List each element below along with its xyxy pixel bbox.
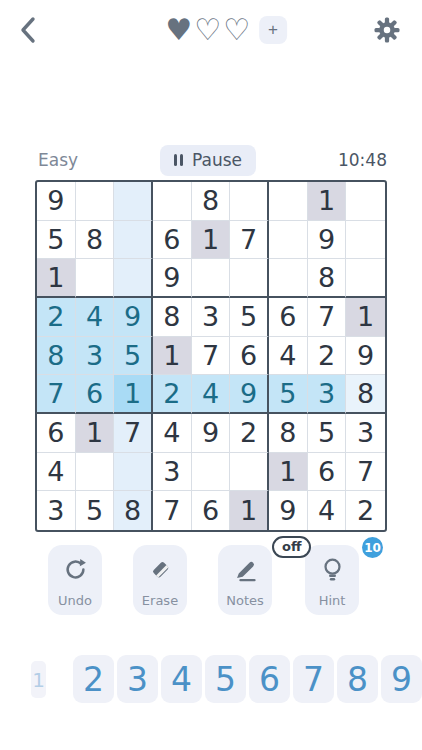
cell-r1c7[interactable]	[269, 182, 308, 221]
notes-label: Notes	[226, 593, 264, 608]
notes-state-badge: off	[272, 536, 311, 558]
eraser-icon	[147, 545, 174, 593]
cell-r5c9[interactable]: 9	[346, 337, 385, 376]
cell-r2c4[interactable]: 6	[153, 221, 192, 260]
erase-label: Erase	[142, 593, 178, 608]
cell-r1c3[interactable]	[114, 182, 153, 221]
cell-r4c5[interactable]: 3	[192, 298, 231, 337]
cell-r8c7[interactable]: 1	[269, 453, 308, 492]
cell-r3c3[interactable]	[114, 259, 153, 298]
cell-r1c1[interactable]: 9	[37, 182, 76, 221]
lightbulb-icon	[319, 545, 346, 593]
cell-r6c6[interactable]: 9	[230, 375, 269, 414]
cell-r6c9[interactable]: 8	[346, 375, 385, 414]
cell-r9c1[interactable]: 3	[37, 491, 76, 530]
numpad-key-5[interactable]: 5	[205, 655, 246, 703]
cell-r7c3[interactable]: 7	[114, 414, 153, 453]
numpad-key-7[interactable]: 7	[293, 655, 334, 703]
cell-r2c2[interactable]: 8	[76, 221, 115, 260]
pencil-icon	[232, 545, 259, 593]
cell-r2c9[interactable]	[346, 221, 385, 260]
cell-r3c5[interactable]	[192, 259, 231, 298]
cell-r5c1[interactable]: 8	[37, 337, 76, 376]
cell-r1c6[interactable]	[230, 182, 269, 221]
hint-label: Hint	[319, 593, 346, 608]
cell-r5c7[interactable]: 4	[269, 337, 308, 376]
pause-icon	[174, 154, 183, 166]
cell-r9c4[interactable]: 7	[153, 491, 192, 530]
cell-r9c3[interactable]: 8	[114, 491, 153, 530]
cell-r4c9[interactable]: 1	[346, 298, 385, 337]
cell-r7c6[interactable]: 2	[230, 414, 269, 453]
cell-r5c2[interactable]: 3	[76, 337, 115, 376]
cell-r7c1[interactable]: 6	[37, 414, 76, 453]
cell-r3c6[interactable]	[230, 259, 269, 298]
add-life-button[interactable]: +	[259, 16, 287, 44]
numpad-key-1-fading: 1	[31, 661, 46, 698]
cell-r9c6[interactable]: 1	[230, 491, 269, 530]
cell-r8c4[interactable]: 3	[153, 453, 192, 492]
undo-label: Undo	[58, 593, 92, 608]
cell-r5c3[interactable]: 5	[114, 337, 153, 376]
hint-button[interactable]: Hint	[305, 545, 359, 615]
back-button[interactable]	[18, 16, 38, 46]
cell-r5c8[interactable]: 2	[308, 337, 347, 376]
cell-r2c6[interactable]: 7	[230, 221, 269, 260]
cell-r9c2[interactable]: 5	[76, 491, 115, 530]
cell-r7c2[interactable]: 1	[76, 414, 115, 453]
cell-r7c9[interactable]: 3	[346, 414, 385, 453]
cell-r4c2[interactable]: 4	[76, 298, 115, 337]
cell-r5c6[interactable]: 6	[230, 337, 269, 376]
cell-r8c2[interactable]	[76, 453, 115, 492]
pause-label: Pause	[192, 150, 242, 170]
cell-r8c1[interactable]: 4	[37, 453, 76, 492]
cell-r7c8[interactable]: 5	[308, 414, 347, 453]
cell-r2c7[interactable]	[269, 221, 308, 260]
cell-r5c4[interactable]: 1	[153, 337, 192, 376]
cell-r6c7[interactable]: 5	[269, 375, 308, 414]
cell-r3c4[interactable]: 9	[153, 259, 192, 298]
settings-button[interactable]	[372, 15, 402, 45]
cell-r6c5[interactable]: 4	[192, 375, 231, 414]
cell-r3c1[interactable]: 1	[37, 259, 76, 298]
cell-r4c7[interactable]: 6	[269, 298, 308, 337]
numpad-key-4[interactable]: 4	[161, 655, 202, 703]
cell-r6c8[interactable]: 3	[308, 375, 347, 414]
cell-r2c5[interactable]: 1	[192, 221, 231, 260]
cell-r3c7[interactable]	[269, 259, 308, 298]
numpad-key-3[interactable]: 3	[117, 655, 158, 703]
difficulty-label: Easy	[38, 150, 78, 170]
cell-r4c6[interactable]: 5	[230, 298, 269, 337]
cell-r1c5[interactable]: 8	[192, 182, 231, 221]
cell-r6c2[interactable]: 6	[76, 375, 115, 414]
cell-r4c3[interactable]: 9	[114, 298, 153, 337]
lives-hearts: ♥♡♡	[165, 15, 250, 45]
cell-r1c4[interactable]	[153, 182, 192, 221]
undo-button[interactable]: Undo	[48, 545, 102, 615]
pause-button[interactable]: Pause	[160, 145, 256, 176]
cell-r4c4[interactable]: 8	[153, 298, 192, 337]
timer: 10:48	[338, 150, 387, 170]
heart-2-empty-icon: ♡	[194, 15, 221, 45]
cell-r7c4[interactable]: 4	[153, 414, 192, 453]
cell-r9c7[interactable]: 9	[269, 491, 308, 530]
numpad-key-2[interactable]: 2	[73, 655, 114, 703]
notes-button[interactable]: Notes	[218, 545, 272, 615]
cell-r9c8[interactable]: 4	[308, 491, 347, 530]
status-row: Easy Pause 10:48	[38, 145, 387, 175]
cell-r7c7[interactable]: 8	[269, 414, 308, 453]
cell-r1c9[interactable]	[346, 182, 385, 221]
cell-r6c3[interactable]: 1	[114, 375, 153, 414]
cell-r8c5[interactable]	[192, 453, 231, 492]
cell-r4c1[interactable]: 2	[37, 298, 76, 337]
cell-r2c3[interactable]	[114, 221, 153, 260]
cell-r3c8[interactable]: 8	[308, 259, 347, 298]
cell-r6c1[interactable]: 7	[37, 375, 76, 414]
cell-r8c6[interactable]	[230, 453, 269, 492]
numpad-key-9[interactable]: 9	[381, 655, 422, 703]
cell-r8c8[interactable]: 6	[308, 453, 347, 492]
cell-r9c9[interactable]: 2	[346, 491, 385, 530]
cell-r5c5[interactable]: 7	[192, 337, 231, 376]
gear-icon	[372, 15, 402, 45]
cell-r6c4[interactable]: 2	[153, 375, 192, 414]
numpad-keys: 23456789	[73, 655, 422, 703]
cell-r2c8[interactable]: 9	[308, 221, 347, 260]
cell-r7c5[interactable]: 9	[192, 414, 231, 453]
cell-r8c3[interactable]	[114, 453, 153, 492]
heart-3-empty-icon: ♡	[223, 15, 250, 45]
cell-r2c1[interactable]: 5	[37, 221, 76, 260]
sudoku-app-screen: ♥♡♡ + Easy Pause 10:48 98	[0, 0, 422, 750]
lives-container: ♥♡♡ +	[165, 15, 287, 45]
cell-r8c9[interactable]: 7	[346, 453, 385, 492]
cell-r1c2[interactable]	[76, 182, 115, 221]
sudoku-board: 9815861791982498356718351764297612495386…	[35, 180, 387, 532]
heart-1-filled-icon: ♥	[165, 15, 192, 45]
back-chevron-icon	[19, 16, 37, 44]
cell-r9c5[interactable]: 6	[192, 491, 231, 530]
numpad-key-8[interactable]: 8	[337, 655, 378, 703]
erase-button[interactable]: Erase	[133, 545, 187, 615]
numpad-key-6[interactable]: 6	[249, 655, 290, 703]
cell-r4c8[interactable]: 7	[308, 298, 347, 337]
undo-icon	[62, 545, 89, 593]
cell-r3c2[interactable]	[76, 259, 115, 298]
cell-r3c9[interactable]	[346, 259, 385, 298]
hint-count-badge: 10	[362, 537, 383, 558]
cell-r1c8[interactable]: 1	[308, 182, 347, 221]
